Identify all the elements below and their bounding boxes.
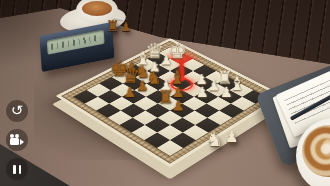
undo-icon: ↺ <box>5 102 28 118</box>
pause-icon <box>13 165 16 174</box>
white-p-glyph: ♟ <box>219 86 232 99</box>
captured-pawn: ♟ <box>120 21 131 33</box>
captured-knight: ♞ <box>206 130 223 149</box>
camera-view-button[interactable] <box>6 129 28 151</box>
white-p-glyph: ♟ <box>195 86 208 99</box>
brown-p-glyph: ♟ <box>171 100 184 113</box>
undo-button[interactable]: ↺ <box>6 100 28 122</box>
captured-pawn: ♟ <box>225 130 238 145</box>
brown-p-glyph: ♟ <box>123 86 136 99</box>
captured-white-pieces: ♞♟ <box>206 130 239 150</box>
clock-lcd-display <box>47 30 105 55</box>
captured-rook: ♜ <box>106 19 119 34</box>
game-scene: ♚♛♟♝♟♟♞♚♜♟♝♞♛♝♟♟♟♟♟♟♟♜♟ ♜♟ ♞♟ ↺ <box>0 0 330 186</box>
piece-bp-f4[interactable]: ♟ <box>170 103 195 117</box>
captured-black-pieces: ♜♟ <box>106 16 131 35</box>
latte-art <box>302 125 330 177</box>
coffee-surface <box>82 1 112 16</box>
pause-button[interactable] <box>6 158 28 180</box>
